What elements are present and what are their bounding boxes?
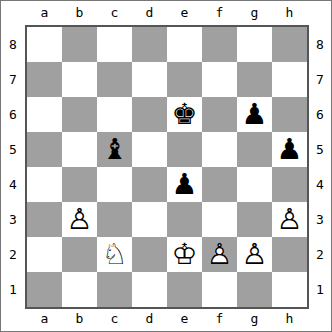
file-label-h: h	[272, 309, 307, 329]
file-label-b: b	[62, 309, 97, 329]
rank-label-2: 2	[310, 237, 330, 272]
white-pawn-fill: ♟	[237, 237, 272, 272]
black-king: ♚	[167, 97, 202, 132]
square-f5[interactable]	[202, 132, 237, 167]
square-c7[interactable]	[97, 62, 132, 97]
square-h3[interactable]: ♟♙	[272, 202, 307, 237]
rank-label-3: 3	[3, 202, 23, 237]
file-label-h: h	[272, 3, 307, 23]
square-c5[interactable]: ♝	[97, 132, 132, 167]
square-h6[interactable]	[272, 97, 307, 132]
white-pawn: ♙	[237, 237, 272, 272]
file-label-b: b	[62, 3, 97, 23]
white-pawn-fill: ♟	[62, 202, 97, 237]
chess-board: ♚♟♝♟♟♟♙♟♙♞♘♚♔♟♙♟♙	[25, 25, 309, 309]
square-b5[interactable]	[62, 132, 97, 167]
square-g7[interactable]	[237, 62, 272, 97]
square-h2[interactable]	[272, 237, 307, 272]
square-c4[interactable]	[97, 167, 132, 202]
square-c1[interactable]	[97, 272, 132, 307]
square-g2[interactable]: ♟♙	[237, 237, 272, 272]
rank-label-6: 6	[310, 97, 330, 132]
file-label-a: a	[27, 3, 62, 23]
square-c8[interactable]	[97, 27, 132, 62]
square-f8[interactable]	[202, 27, 237, 62]
square-h1[interactable]	[272, 272, 307, 307]
square-g5[interactable]	[237, 132, 272, 167]
square-f3[interactable]	[202, 202, 237, 237]
square-c3[interactable]	[97, 202, 132, 237]
rank-label-1: 1	[3, 272, 23, 307]
square-d8[interactable]	[132, 27, 167, 62]
rank-labels-right: 87654321	[310, 27, 330, 307]
file-label-f: f	[202, 3, 237, 23]
square-g3[interactable]	[237, 202, 272, 237]
chess-diagram: abcdefgh 87654321 ♚♟♝♟♟♟♙♟♙♞♘♚♔♟♙♟♙ 8765…	[0, 0, 332, 332]
square-d3[interactable]	[132, 202, 167, 237]
rank-label-7: 7	[310, 62, 330, 97]
black-bishop: ♝	[97, 132, 132, 167]
square-d4[interactable]	[132, 167, 167, 202]
square-f6[interactable]	[202, 97, 237, 132]
file-label-e: e	[167, 309, 202, 329]
rank-label-8: 8	[3, 27, 23, 62]
file-labels-bottom: abcdefgh	[27, 309, 307, 329]
square-d6[interactable]	[132, 97, 167, 132]
rank-label-4: 4	[310, 167, 330, 202]
file-label-d: d	[132, 3, 167, 23]
square-e1[interactable]	[167, 272, 202, 307]
square-g4[interactable]	[237, 167, 272, 202]
file-label-c: c	[97, 3, 132, 23]
rank-label-6: 6	[3, 97, 23, 132]
square-b7[interactable]	[62, 62, 97, 97]
square-c2[interactable]: ♞♘	[97, 237, 132, 272]
black-pawn: ♟	[167, 167, 202, 202]
square-e2[interactable]: ♚♔	[167, 237, 202, 272]
square-a2[interactable]	[27, 237, 62, 272]
white-pawn-fill: ♟	[272, 202, 307, 237]
square-d5[interactable]	[132, 132, 167, 167]
black-pawn: ♟	[272, 132, 307, 167]
square-f1[interactable]	[202, 272, 237, 307]
rank-label-2: 2	[3, 237, 23, 272]
square-a1[interactable]	[27, 272, 62, 307]
file-label-e: e	[167, 3, 202, 23]
square-e4[interactable]: ♟	[167, 167, 202, 202]
rank-label-1: 1	[310, 272, 330, 307]
file-label-c: c	[97, 309, 132, 329]
rank-label-7: 7	[3, 62, 23, 97]
square-a3[interactable]	[27, 202, 62, 237]
square-h5[interactable]: ♟	[272, 132, 307, 167]
white-king-fill: ♚	[167, 237, 202, 272]
white-pawn-fill: ♟	[202, 237, 237, 272]
file-label-g: g	[237, 309, 272, 329]
square-a7[interactable]	[27, 62, 62, 97]
square-d1[interactable]	[132, 272, 167, 307]
rank-label-4: 4	[3, 167, 23, 202]
square-b4[interactable]	[62, 167, 97, 202]
white-pawn: ♙	[62, 202, 97, 237]
rank-label-3: 3	[310, 202, 330, 237]
square-b3[interactable]: ♟♙	[62, 202, 97, 237]
square-e5[interactable]	[167, 132, 202, 167]
square-d2[interactable]	[132, 237, 167, 272]
black-pawn: ♟	[237, 97, 272, 132]
square-h8[interactable]	[272, 27, 307, 62]
square-e8[interactable]	[167, 27, 202, 62]
rank-label-5: 5	[310, 132, 330, 167]
square-c6[interactable]	[97, 97, 132, 132]
rank-label-5: 5	[3, 132, 23, 167]
square-a6[interactable]	[27, 97, 62, 132]
square-b8[interactable]	[62, 27, 97, 62]
file-label-f: f	[202, 309, 237, 329]
file-label-g: g	[237, 3, 272, 23]
square-f7[interactable]	[202, 62, 237, 97]
square-g1[interactable]	[237, 272, 272, 307]
square-g6[interactable]: ♟	[237, 97, 272, 132]
white-knight-fill: ♞	[97, 237, 132, 272]
square-b2[interactable]	[62, 237, 97, 272]
square-h7[interactable]	[272, 62, 307, 97]
square-f2[interactable]: ♟♙	[202, 237, 237, 272]
square-b6[interactable]	[62, 97, 97, 132]
square-a4[interactable]	[27, 167, 62, 202]
white-knight: ♘	[97, 237, 132, 272]
square-f4[interactable]	[202, 167, 237, 202]
square-d7[interactable]	[132, 62, 167, 97]
square-h4[interactable]	[272, 167, 307, 202]
square-b1[interactable]	[62, 272, 97, 307]
file-label-d: d	[132, 309, 167, 329]
square-a5[interactable]	[27, 132, 62, 167]
square-a8[interactable]	[27, 27, 62, 62]
white-pawn: ♙	[272, 202, 307, 237]
rank-label-8: 8	[310, 27, 330, 62]
file-labels-top: abcdefgh	[27, 3, 307, 23]
white-king: ♔	[167, 237, 202, 272]
file-label-a: a	[27, 309, 62, 329]
square-g8[interactable]	[237, 27, 272, 62]
square-e3[interactable]	[167, 202, 202, 237]
square-e7[interactable]	[167, 62, 202, 97]
white-pawn: ♙	[202, 237, 237, 272]
rank-labels-left: 87654321	[3, 27, 23, 307]
square-e6[interactable]: ♚	[167, 97, 202, 132]
